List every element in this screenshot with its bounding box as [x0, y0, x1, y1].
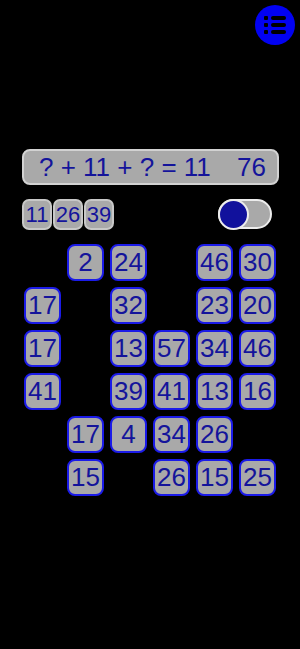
board-tile-r5c5[interactable]: 25	[239, 459, 276, 496]
board-tile-r3c3[interactable]: 41	[153, 373, 190, 410]
selected-tile-2[interactable]: 26	[53, 199, 83, 230]
board-tile-r3c0[interactable]: 41	[24, 373, 61, 410]
board-tile-r0c2[interactable]: 24	[110, 244, 147, 281]
board-tile-r2c2[interactable]: 13	[110, 330, 147, 367]
toggle-knob	[218, 199, 249, 230]
board-tile-r2c3[interactable]: 57	[153, 330, 190, 367]
board-tile-r2c5[interactable]: 46	[239, 330, 276, 367]
selected-tile-3[interactable]: 39	[84, 199, 114, 230]
app-screen: ? + 11 + ? = 11 76 11 26 39 224463017322…	[0, 0, 300, 649]
board-tile-r1c2[interactable]: 32	[110, 287, 147, 324]
board-tile-r3c2[interactable]: 39	[110, 373, 147, 410]
board-empty-cell-r5c2	[110, 459, 147, 496]
selected-tile-1[interactable]: 11	[22, 199, 52, 230]
selected-tiles-row: 11 26 39	[22, 199, 114, 230]
board-empty-cell-r4c5	[239, 416, 276, 453]
board-empty-cell-r4c0	[24, 416, 61, 453]
board-empty-cell-r0c3	[153, 244, 190, 281]
board-tile-r1c4[interactable]: 23	[196, 287, 233, 324]
board-tile-r2c0[interactable]: 17	[24, 330, 61, 367]
board-tile-r4c1[interactable]: 17	[67, 416, 104, 453]
board-tile-r0c1[interactable]: 2	[67, 244, 104, 281]
board-tile-r1c0[interactable]: 17	[24, 287, 61, 324]
menu-button[interactable]	[255, 5, 295, 45]
board-grid: 2244630173223201713573446413941131617434…	[24, 244, 276, 496]
board-tile-r3c5[interactable]: 16	[239, 373, 276, 410]
board-tile-r1c5[interactable]: 20	[239, 287, 276, 324]
equation-text: ? + 11 + ? = 11	[39, 152, 211, 183]
equation-bar: ? + 11 + ? = 11 76	[22, 149, 279, 185]
equation-target: 76	[237, 152, 266, 183]
board-tile-r4c4[interactable]: 26	[196, 416, 233, 453]
toggle-switch[interactable]	[218, 199, 272, 229]
list-bullet-circle-icon	[264, 16, 286, 34]
board-tile-r5c3[interactable]: 26	[153, 459, 190, 496]
board-tile-r5c1[interactable]: 15	[67, 459, 104, 496]
board-empty-cell-r0c0	[24, 244, 61, 281]
board-tile-r5c4[interactable]: 15	[196, 459, 233, 496]
board-tile-r4c3[interactable]: 34	[153, 416, 190, 453]
board-tile-r3c4[interactable]: 13	[196, 373, 233, 410]
board-empty-cell-r1c3	[153, 287, 190, 324]
board-empty-cell-r2c1	[67, 330, 104, 367]
board-tile-r2c4[interactable]: 34	[196, 330, 233, 367]
board-tile-r0c5[interactable]: 30	[239, 244, 276, 281]
board-empty-cell-r3c1	[67, 373, 104, 410]
board-tile-r0c4[interactable]: 46	[196, 244, 233, 281]
board-tile-r4c2[interactable]: 4	[110, 416, 147, 453]
board-empty-cell-r1c1	[67, 287, 104, 324]
board-empty-cell-r5c0	[24, 459, 61, 496]
